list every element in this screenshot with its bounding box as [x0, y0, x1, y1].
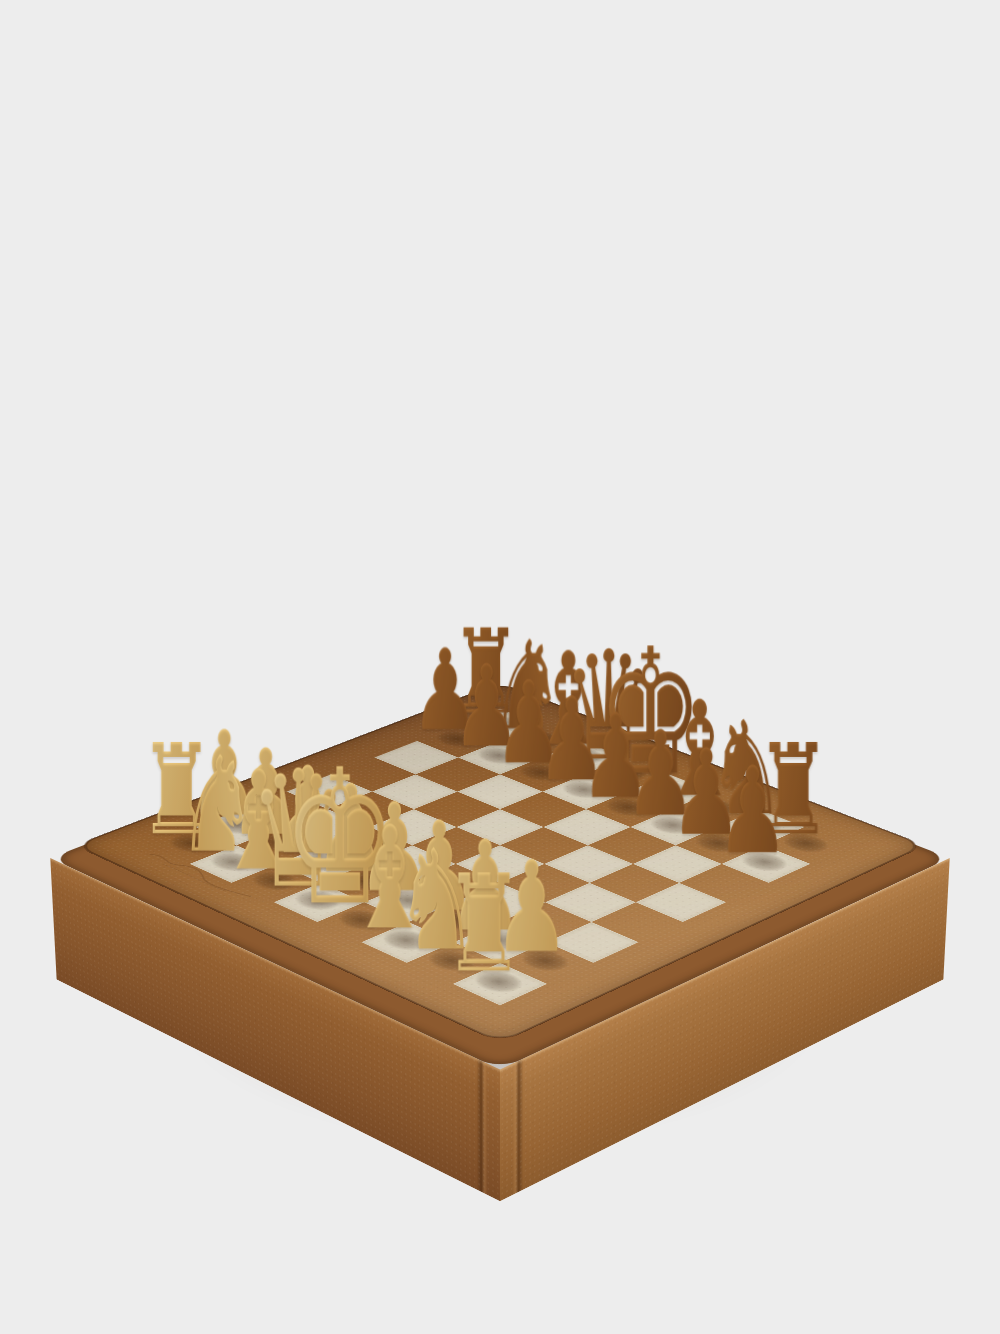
piece-brown-pawn-h7: ♟ — [663, 750, 842, 870]
product-photo-stage: ♜♞♝♛♚♝♞♜♟♟♟♟♟♟♟♟♟♟♟♟♟♟♟♟♜♞♝♛♚♝♞♜ — [0, 0, 1000, 1334]
piece-white-rook-h1: ♜ — [388, 857, 579, 991]
